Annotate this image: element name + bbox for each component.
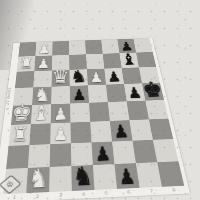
rank-label: 7 [140, 188, 164, 195]
chess-piece-black-pawn[interactable]: ♟ [107, 70, 122, 84]
board-square[interactable] [29, 123, 50, 145]
board-square[interactable] [93, 164, 117, 190]
chess-piece-black-pawn[interactable]: ♟ [72, 87, 86, 103]
board-square[interactable]: ♜ [9, 124, 31, 146]
board-square[interactable] [88, 85, 108, 103]
chess-piece-white-pawn[interactable]: ♟ [89, 70, 103, 84]
chess-board: ♟♟♜♟♝♛♞♟♟♞♟♟♚♚♝♟♜♟♟♟♞♞♟ [3, 38, 184, 194]
board-square[interactable]: ♝ [31, 104, 51, 124]
board-square[interactable] [15, 71, 34, 88]
board-square[interactable] [136, 52, 156, 67]
board-square[interactable] [86, 54, 104, 69]
chess-piece-black-knight[interactable]: ♞ [72, 163, 93, 190]
chess-piece-white-queen[interactable]: ♛ [51, 67, 69, 86]
board-square[interactable]: ♛ [52, 70, 70, 87]
rank-label: 4 [72, 191, 95, 198]
board-square[interactable]: ♞ [26, 167, 49, 193]
board-square[interactable]: ♟ [50, 123, 71, 145]
board-square[interactable] [49, 166, 72, 192]
board-square[interactable] [89, 102, 110, 122]
board-square[interactable]: ♚ [142, 83, 164, 101]
board-square[interactable] [70, 122, 91, 144]
chess-piece-black-pawn[interactable]: ♟ [113, 122, 130, 140]
board-square[interactable]: ♟ [34, 55, 52, 71]
rank-label: 3 [49, 192, 72, 199]
chess-piece-white-king[interactable]: ♚ [10, 100, 32, 124]
board-square[interactable] [69, 40, 86, 54]
board-square[interactable]: ♟ [92, 142, 115, 165]
rank-label: 6 [117, 189, 140, 196]
board-square[interactable] [133, 38, 152, 52]
board-square[interactable]: ♟ [87, 69, 106, 86]
board-square[interactable] [101, 39, 119, 53]
board-square[interactable] [149, 119, 173, 140]
board-square[interactable] [6, 145, 29, 169]
rank-label: 2 [26, 193, 49, 200]
chess-piece-white-pawn[interactable]: ♟ [53, 106, 68, 123]
chess-piece-white-pawn[interactable]: ♟ [53, 125, 68, 143]
board-square[interactable]: ♞ [71, 165, 94, 191]
chess-piece-black-knight[interactable]: ♞ [70, 68, 87, 85]
rank-label: 1 [3, 194, 27, 200]
crown-icon: ♔ [6, 180, 15, 188]
rank-label: 5 [95, 190, 118, 197]
board-square[interactable] [157, 161, 184, 187]
board-square[interactable] [145, 100, 168, 119]
board-frame: © US CHESS ♔ ♟♟♜♟♝♛♞♟♟♞♟♟♚♚♝♟♜♟♟♟♞♞♟ 123… [0, 38, 190, 200]
chess-piece-black-pawn[interactable]: ♟ [118, 166, 137, 188]
chess-piece-white-rook[interactable]: ♜ [18, 56, 33, 71]
board-square[interactable]: ♜ [17, 56, 36, 72]
board-square[interactable]: ♟ [35, 42, 52, 57]
rank-label: 8 [162, 187, 186, 194]
chess-piece-white-pawn[interactable]: ♟ [38, 43, 51, 55]
chess-piece-white-bishop[interactable]: ♝ [32, 103, 50, 123]
chess-piece-black-pawn[interactable]: ♟ [127, 85, 143, 100]
board-square[interactable]: ♟ [70, 85, 89, 103]
photo-scene: © US CHESS ♔ ♟♟♜♟♝♛♞♟♟♞♟♟♚♚♝♟♜♟♟♟♞♞♟ 123… [0, 0, 200, 200]
board-square[interactable] [51, 86, 70, 104]
board-square[interactable]: ♟ [51, 104, 71, 124]
board-square[interactable]: ♞ [69, 69, 87, 86]
board-square[interactable] [50, 143, 72, 167]
board-square[interactable] [52, 41, 69, 55]
chess-piece-black-pawn[interactable]: ♟ [94, 144, 111, 164]
chess-piece-black-king[interactable]: ♚ [141, 79, 165, 100]
chess-piece-white-pawn[interactable]: ♟ [37, 57, 50, 70]
chess-piece-black-bishop[interactable]: ♝ [120, 52, 138, 68]
board-square[interactable] [153, 139, 179, 162]
chess-piece-white-rook[interactable]: ♜ [11, 125, 29, 145]
board-square[interactable] [70, 103, 90, 123]
chess-piece-white-knight[interactable]: ♞ [27, 165, 48, 192]
board-square[interactable] [90, 121, 112, 142]
board-square[interactable] [85, 40, 103, 54]
board-perspective-wrap: © US CHESS ♔ ♟♟♜♟♝♛♞♟♟♞♟♟♚♚♝♟♜♟♟♟♞♞♟ 123… [0, 38, 190, 200]
